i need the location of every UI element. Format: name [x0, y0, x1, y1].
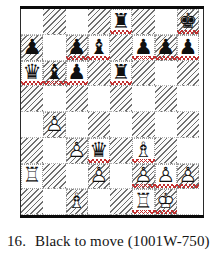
square-g4	[155, 112, 177, 138]
piece-black-pawn: ♟	[23, 37, 42, 58]
square-a5	[21, 86, 43, 112]
square-d3: ♛	[88, 138, 110, 164]
spellcheck-underline	[66, 56, 88, 60]
square-c7: ♟	[66, 35, 88, 61]
spellcheck-underline	[132, 210, 154, 214]
spellcheck-underline	[132, 56, 154, 60]
spellcheck-underline	[110, 81, 132, 85]
square-h1	[177, 189, 199, 215]
square-h8: ♚	[177, 9, 199, 35]
piece-black-pawn: ♟	[134, 37, 153, 58]
square-d6	[88, 61, 110, 87]
square-a7: ♟	[21, 35, 43, 61]
spellcheck-underline	[66, 81, 88, 85]
piece-white-pawn: ♟♙	[45, 114, 64, 135]
board-right-border	[203, 9, 204, 215]
diagram-number: 16.	[7, 233, 26, 249]
spellcheck-underline	[43, 81, 65, 85]
square-c6: ♟	[66, 61, 88, 87]
piece-white-rook: ♜♖	[23, 165, 42, 186]
square-a6: ♛	[21, 61, 43, 87]
square-f2: ♟♙	[132, 164, 154, 190]
square-a3	[21, 138, 43, 164]
square-e6: ♜	[110, 61, 132, 87]
square-e2	[110, 164, 132, 190]
piece-white-pawn: ♟♙	[156, 165, 175, 186]
square-b2	[43, 164, 65, 190]
square-f4	[132, 112, 154, 138]
square-d8	[88, 9, 110, 35]
square-a1	[21, 189, 43, 215]
square-a4	[21, 112, 43, 138]
piece-black-queen: ♛	[23, 62, 42, 83]
piece-black-pawn: ♟	[178, 37, 197, 58]
square-h2: ♟♙	[177, 164, 199, 190]
square-g8	[155, 9, 177, 35]
source-reference: (1001W-750)	[128, 233, 210, 249]
piece-black-rook: ♜	[112, 11, 131, 32]
spellcheck-underline	[21, 81, 43, 85]
spellcheck-underline	[110, 30, 132, 34]
spellcheck-underline	[177, 56, 199, 60]
spellcheck-underline	[88, 159, 110, 163]
spellcheck-underline	[155, 184, 177, 188]
piece-black-pawn: ♟	[67, 62, 86, 83]
square-c4	[66, 112, 88, 138]
square-g2: ♟♙	[155, 164, 177, 190]
square-h5	[177, 86, 199, 112]
piece-white-pawn: ♟♙	[134, 165, 153, 186]
square-e1	[110, 189, 132, 215]
square-e8: ♜	[110, 9, 132, 35]
square-d1	[88, 189, 110, 215]
piece-white-pawn: ♟♙	[67, 140, 86, 161]
square-f7: ♟	[132, 35, 154, 61]
spellcheck-underline	[132, 159, 154, 163]
spellcheck-underline	[88, 56, 110, 60]
square-b4: ♟♙	[43, 112, 65, 138]
square-a8	[21, 9, 43, 35]
piece-black-pawn: ♟	[156, 37, 175, 58]
square-c1: ♝♗	[66, 189, 88, 215]
piece-black-rook: ♜	[112, 62, 131, 83]
square-d2: ♟♙	[88, 164, 110, 190]
square-a2: ♜♖	[21, 164, 43, 190]
square-c3: ♟♙	[66, 138, 88, 164]
square-f1: ♜♖	[132, 189, 154, 215]
square-f3: ♝♗	[132, 138, 154, 164]
square-f8	[132, 9, 154, 35]
piece-black-queen: ♛	[89, 140, 108, 161]
square-c5	[66, 86, 88, 112]
square-f6	[132, 61, 154, 87]
piece-white-bishop: ♝♗	[134, 140, 153, 161]
square-g3	[155, 138, 177, 164]
piece-black-bishop: ♝	[89, 37, 108, 58]
to-move-label: Black to move	[35, 233, 124, 249]
square-e7	[110, 35, 132, 61]
spellcheck-underline	[177, 30, 199, 34]
diagram-caption: 16.Black to move (1001W-750)	[7, 233, 210, 250]
square-c8	[66, 9, 88, 35]
board-grid: ♜♚♟♟♝♟♟♟♛♝♟♜♟♙♟♙♛♝♗♜♖♟♙♟♙♟♙♟♙♝♗♜♖♚♔	[21, 9, 199, 215]
piece-white-pawn: ♟♙	[178, 165, 197, 186]
piece-white-bishop: ♝♗	[67, 191, 86, 212]
square-b6: ♝	[43, 61, 65, 87]
square-e5	[110, 86, 132, 112]
square-g5	[155, 86, 177, 112]
square-h3	[177, 138, 199, 164]
square-b7	[43, 35, 65, 61]
piece-white-pawn: ♟♙	[89, 165, 108, 186]
chess-board: ♜♚♟♟♝♟♟♟♛♝♟♜♟♙♟♙♛♝♗♜♖♟♙♟♙♟♙♟♙♝♗♜♖♚♔	[20, 6, 204, 218]
square-e4	[110, 112, 132, 138]
square-h6	[177, 61, 199, 87]
square-h7: ♟	[177, 35, 199, 61]
square-f5	[132, 86, 154, 112]
square-b5	[43, 86, 65, 112]
square-d7: ♝	[88, 35, 110, 61]
square-b3	[43, 138, 65, 164]
square-g6	[155, 61, 177, 87]
diagram-page: ♜♚♟♟♝♟♟♟♛♝♟♜♟♙♟♙♛♝♗♜♖♟♙♟♙♟♙♟♙♝♗♜♖♚♔ 16.B…	[0, 0, 217, 260]
piece-black-king: ♚	[178, 11, 197, 32]
spellcheck-underline	[132, 184, 154, 188]
board-bottom-border	[20, 215, 204, 218]
square-d5	[88, 86, 110, 112]
spellcheck-underline	[155, 210, 177, 214]
piece-black-bishop: ♝	[45, 62, 64, 83]
square-e3	[110, 138, 132, 164]
square-c2	[66, 164, 88, 190]
piece-black-pawn: ♟	[67, 37, 86, 58]
square-b1	[43, 189, 65, 215]
piece-white-rook: ♜♖	[134, 191, 153, 212]
square-h4	[177, 112, 199, 138]
square-b8	[43, 9, 65, 35]
piece-white-king: ♚♔	[156, 191, 175, 212]
spellcheck-underline	[177, 184, 199, 188]
square-g7: ♟	[155, 35, 177, 61]
square-g1: ♚♔	[155, 189, 177, 215]
spellcheck-underline	[155, 56, 177, 60]
square-d4	[88, 112, 110, 138]
